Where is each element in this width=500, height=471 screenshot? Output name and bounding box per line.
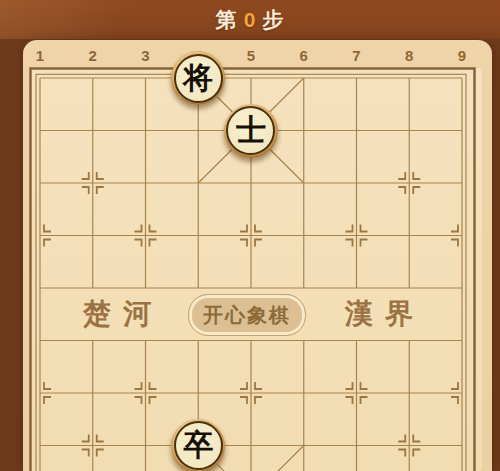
move-counter: 第 0 步 — [216, 6, 285, 34]
piece-black-soldier[interactable]: 卒 — [171, 419, 225, 471]
move-counter-prefix: 第 — [216, 6, 238, 34]
move-counter-suffix: 步 — [262, 6, 284, 34]
piece-layer: 将士卒 — [14, 52, 489, 471]
piece-face-black-advisor: 士 — [226, 106, 275, 155]
move-counter-bar: 第 0 步 — [0, 0, 500, 39]
piece-black-general[interactable]: 将 — [171, 51, 225, 105]
piece-face-black-soldier: 卒 — [174, 421, 223, 470]
game-screen: 第 0 步 123456789 楚河 漢界 开心象棋 将士卒 — [0, 0, 500, 471]
piece-black-advisor[interactable]: 士 — [224, 104, 278, 158]
piece-face-black-general: 将 — [174, 54, 223, 103]
move-counter-value: 0 — [244, 8, 257, 32]
